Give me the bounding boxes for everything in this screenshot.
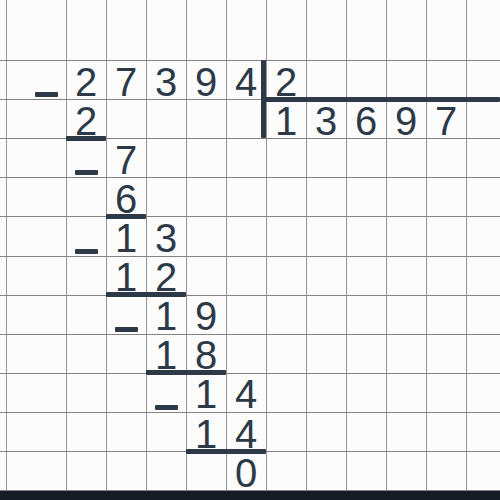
digit-cell: 9 bbox=[186, 297, 226, 336]
digit-cell: 6 bbox=[346, 101, 386, 140]
digit-cell: 1 bbox=[106, 258, 146, 297]
minus-sign bbox=[35, 92, 58, 97]
digit-cell: 4 bbox=[226, 414, 266, 453]
digit-cell: 1 bbox=[106, 219, 146, 258]
minus-sign bbox=[115, 327, 138, 332]
digit-cell: 3 bbox=[306, 101, 346, 140]
digit-cell: 7 bbox=[106, 140, 146, 179]
digit-cell: 2 bbox=[66, 62, 106, 101]
digit-cell: 3 bbox=[146, 219, 186, 258]
digit-cell: 0 bbox=[226, 453, 266, 492]
digit-cell: 2 bbox=[266, 62, 306, 101]
digit-cell: 1 bbox=[186, 414, 226, 453]
minus-sign bbox=[155, 405, 178, 410]
digit-cell: 8 bbox=[186, 336, 226, 375]
squared-paper: 273942213697761312191814140 bbox=[0, 0, 500, 500]
digit-cell: 2 bbox=[66, 101, 106, 140]
subtraction-rule bbox=[66, 136, 106, 141]
digit-cell: 9 bbox=[386, 101, 426, 140]
division-bracket-horizontal bbox=[261, 97, 500, 102]
page-bottom-edge bbox=[0, 491, 500, 500]
digit-cell: 4 bbox=[226, 62, 266, 101]
digit-cell: 3 bbox=[146, 62, 186, 101]
digit-cell: 1 bbox=[186, 375, 226, 414]
minus-sign bbox=[75, 249, 98, 254]
subtraction-rule bbox=[146, 370, 226, 375]
digit-cell: 6 bbox=[106, 179, 146, 218]
subtraction-rule bbox=[106, 292, 186, 297]
digit-cell: 1 bbox=[146, 297, 186, 336]
digit-cell: 1 bbox=[146, 336, 186, 375]
digit-cell: 7 bbox=[426, 101, 466, 140]
subtraction-rule bbox=[186, 449, 266, 454]
digit-cell: 9 bbox=[186, 62, 226, 101]
minus-sign bbox=[75, 170, 98, 175]
digit-cell: 7 bbox=[106, 62, 146, 101]
digit-cell: 1 bbox=[266, 101, 306, 140]
digit-cell: 2 bbox=[146, 258, 186, 297]
digit-cell: 4 bbox=[226, 375, 266, 414]
subtraction-rule bbox=[106, 214, 146, 219]
